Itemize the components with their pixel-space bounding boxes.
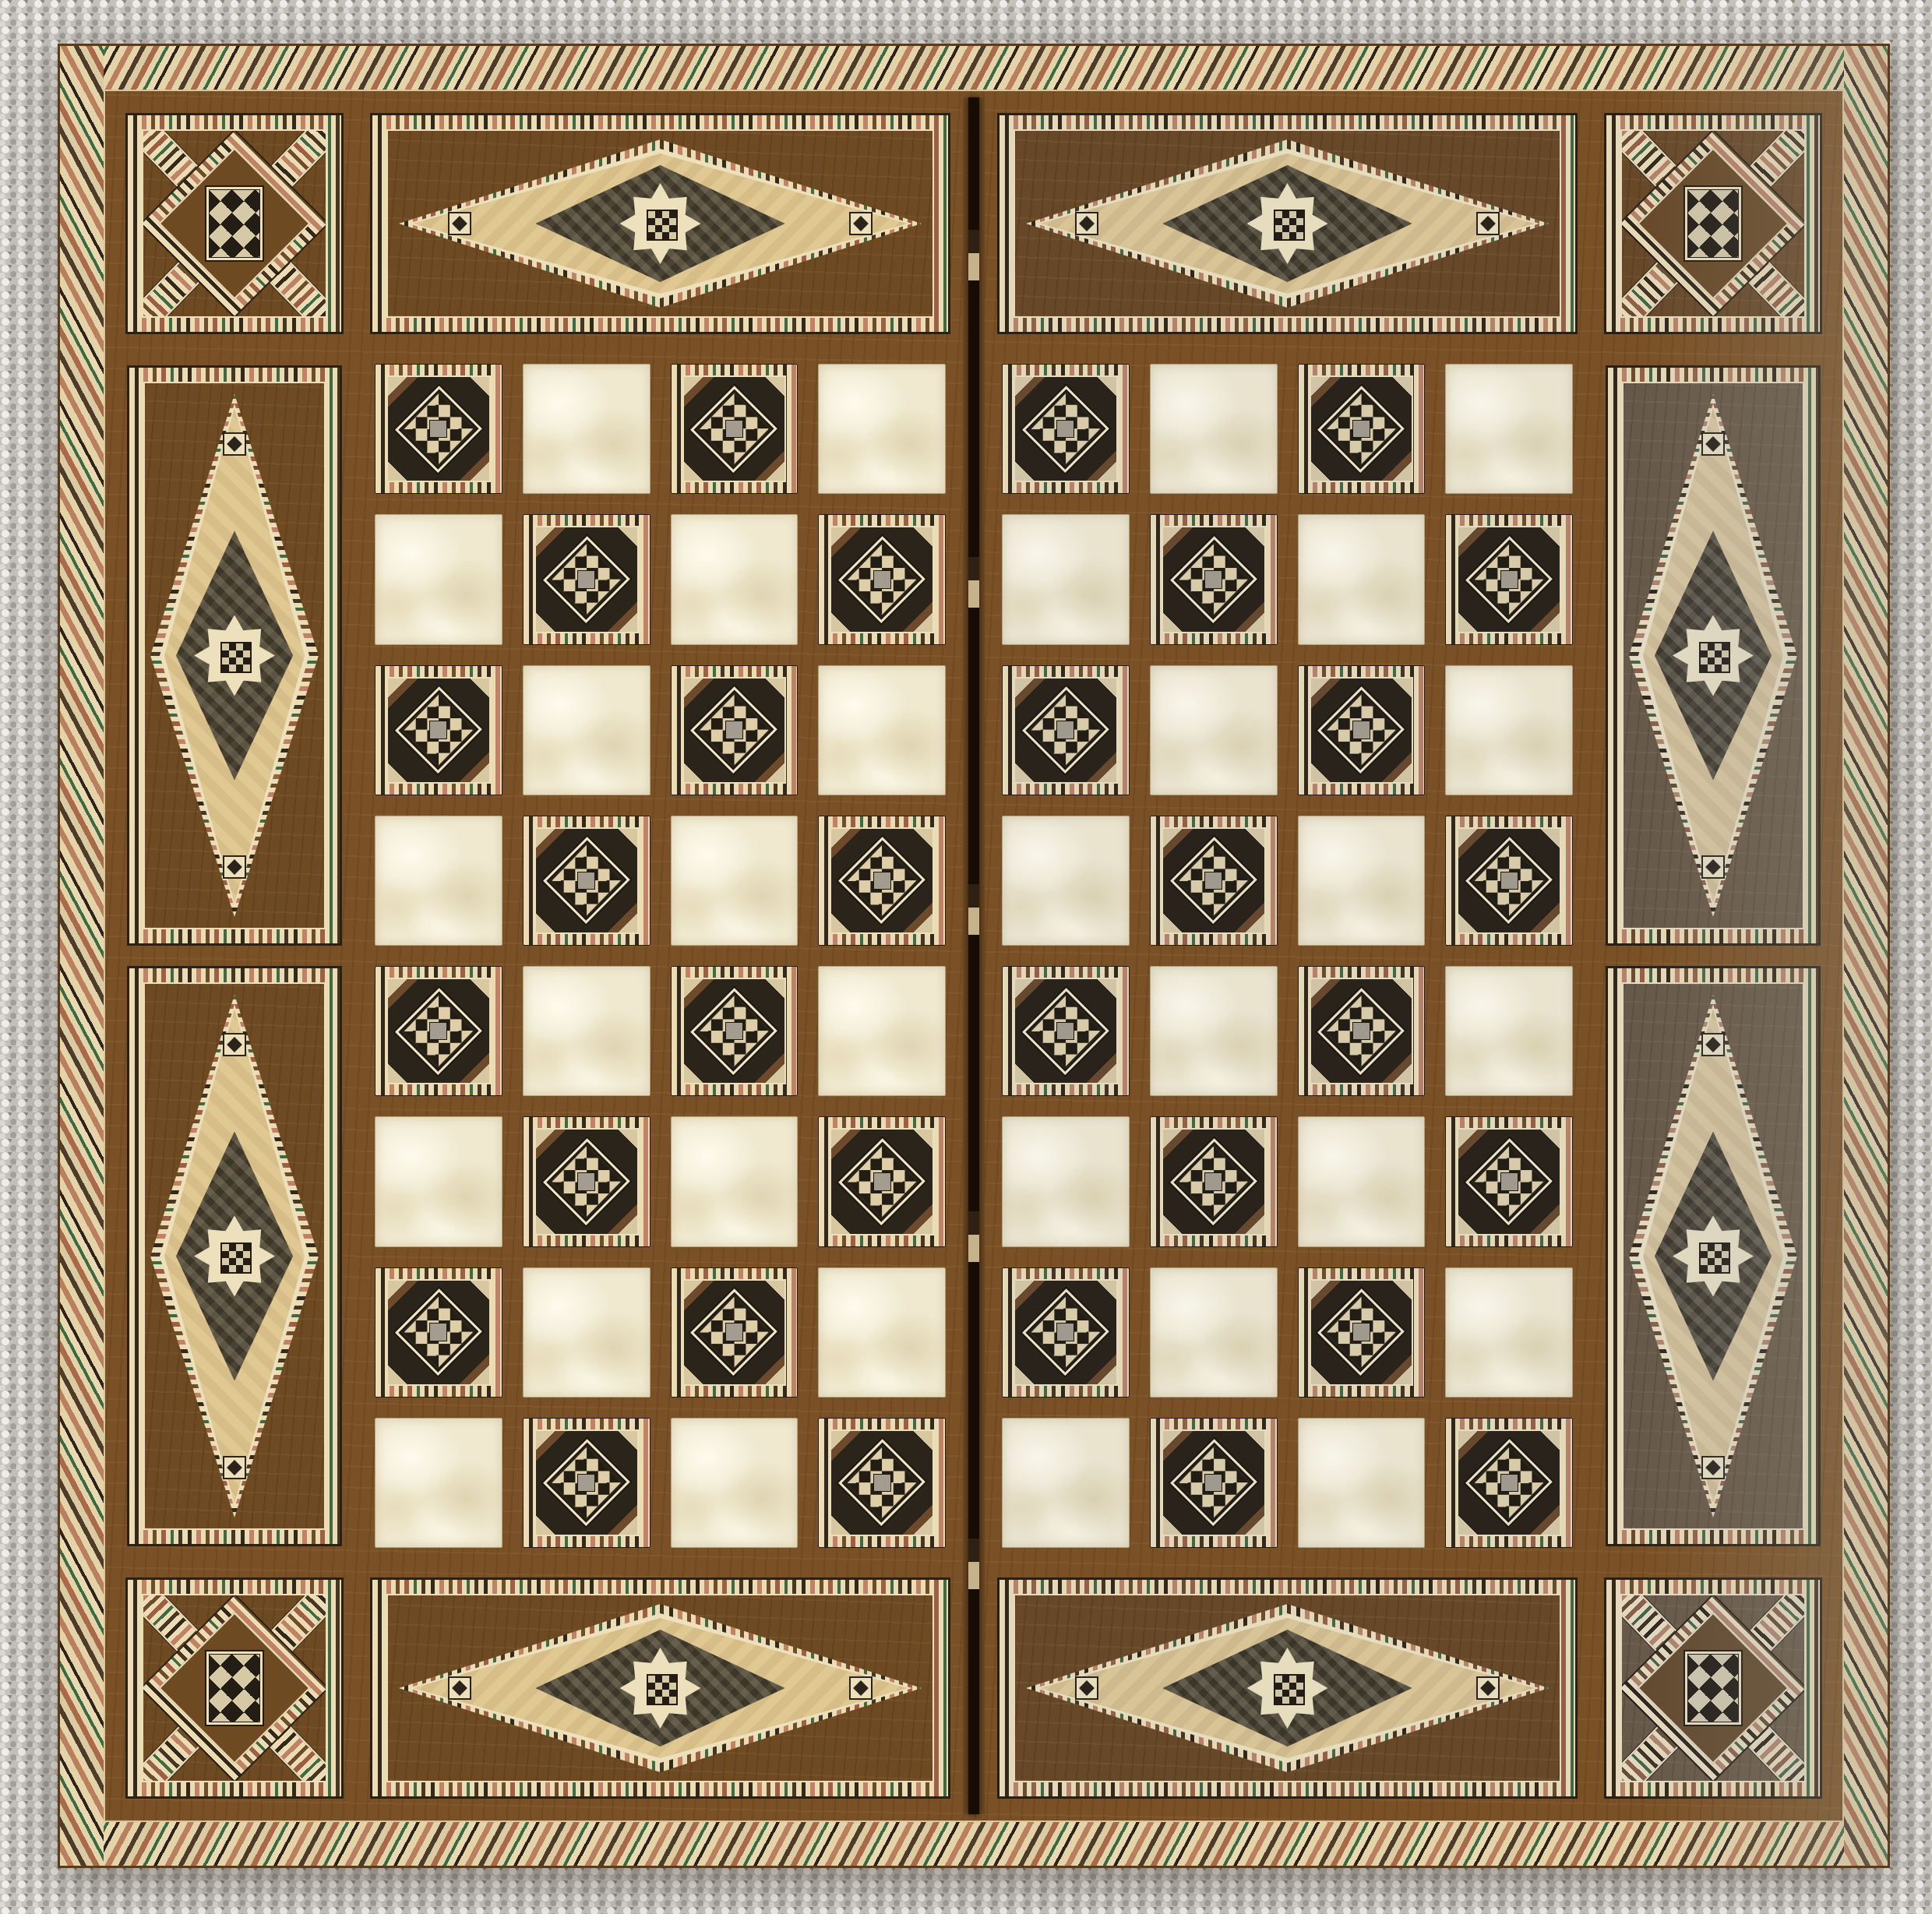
square-b2[interactable]	[523, 1267, 650, 1398]
mosaic-center-cell	[1501, 1475, 1518, 1491]
mini-star-icon	[1075, 1676, 1098, 1700]
square-a7[interactable]	[375, 514, 502, 644]
mosaic-tile-core	[830, 526, 934, 633]
corner-medallion-top-right	[1604, 113, 1822, 334]
mosaic-center-cell	[1205, 1173, 1222, 1190]
mosaic-tile-core	[1310, 677, 1414, 784]
star-center-checker	[647, 1674, 678, 1705]
mosaic-center-cell	[726, 1023, 742, 1039]
square-d7[interactable]	[818, 514, 946, 644]
mini-star-icon	[1701, 432, 1725, 456]
square-h4[interactable]	[1445, 966, 1573, 1096]
mosaic-tile-core	[1014, 1279, 1118, 1386]
mosaic-center-cell	[430, 1023, 446, 1039]
square-c6[interactable]	[671, 665, 799, 795]
mosaic-center-cell	[578, 1475, 594, 1491]
mosaic-tile-core	[1162, 827, 1266, 934]
square-h7[interactable]	[1445, 514, 1573, 644]
mosaic-center-cell	[726, 1324, 742, 1340]
mosaic-center-cell	[1205, 872, 1222, 889]
mosaic-tile-core	[1457, 526, 1561, 633]
mini-star-icon	[1075, 212, 1098, 235]
mosaic-center-cell	[1353, 421, 1370, 437]
star-center-checker	[1699, 642, 1730, 673]
mosaic-tile-core	[1162, 526, 1266, 633]
star-center-checker	[220, 1243, 252, 1274]
square-b3[interactable]	[523, 1116, 650, 1246]
mosaic-center-cell	[1057, 1324, 1074, 1340]
mosaic-tile-core	[386, 1279, 491, 1386]
bottom-medallion-left-leaf	[370, 1577, 950, 1799]
right-half-squares	[985, 350, 1590, 1562]
side-medallion-left-lower	[127, 966, 342, 1546]
square-d2[interactable]	[818, 1267, 946, 1398]
mosaic-tile-core	[1014, 375, 1118, 482]
mini-star-icon	[849, 212, 873, 235]
mosaic-center-cell	[578, 571, 594, 587]
square-a4[interactable]	[375, 966, 502, 1096]
mosaic-center-cell	[1057, 421, 1074, 437]
mosaic-center-cell	[1205, 571, 1222, 587]
mosaic-tile-core	[1457, 1429, 1561, 1536]
mini-star-icon	[223, 432, 246, 456]
square-c1[interactable]	[671, 1418, 799, 1548]
square-f1[interactable]	[1150, 1418, 1278, 1548]
mini-star-icon	[1476, 1676, 1500, 1700]
square-e7[interactable]	[1002, 514, 1130, 644]
edge-band-top	[60, 46, 1888, 90]
square-g3[interactable]	[1298, 1116, 1426, 1246]
mini-star-icon	[1701, 1456, 1725, 1479]
mini-star-icon	[1701, 1033, 1725, 1056]
mosaic-tile-core	[1457, 827, 1561, 934]
square-h5[interactable]	[1445, 816, 1573, 946]
square-c4[interactable]	[671, 966, 799, 1096]
harlequin-cartouche	[206, 1651, 263, 1725]
corner-medallion-top-left	[125, 113, 344, 334]
square-b1[interactable]	[523, 1418, 650, 1548]
square-h1[interactable]	[1445, 1418, 1573, 1548]
mosaic-tile-core	[386, 375, 491, 482]
square-a1[interactable]	[375, 1418, 502, 1548]
mini-star-icon	[223, 1456, 246, 1479]
mosaic-center-cell	[1501, 1173, 1518, 1190]
square-g6[interactable]	[1298, 665, 1426, 795]
corner-medallion-bottom-left	[125, 1577, 344, 1799]
square-f8[interactable]	[1150, 364, 1278, 494]
square-d6[interactable]	[818, 665, 946, 795]
top-medallion-right-leaf	[997, 113, 1578, 334]
mosaic-center-cell	[1353, 1324, 1370, 1340]
star-center-checker	[1274, 1674, 1305, 1705]
mosaic-tile-core	[534, 827, 639, 934]
square-h6[interactable]	[1445, 665, 1573, 795]
star-center-checker	[220, 642, 252, 673]
side-medallion-left-upper	[127, 365, 342, 946]
mosaic-center-cell	[1205, 1475, 1222, 1491]
harlequin-cartouche	[1685, 1651, 1741, 1725]
board-hinge-seam	[963, 97, 985, 1814]
square-e6[interactable]	[1002, 665, 1130, 795]
mini-star-icon	[448, 212, 471, 235]
mosaic-center-cell	[1353, 1023, 1370, 1039]
mosaic-tile-core	[534, 1128, 639, 1235]
mosaic-tile-core	[534, 526, 639, 633]
mosaic-center-cell	[1057, 721, 1074, 738]
square-h3[interactable]	[1445, 1116, 1573, 1246]
square-c2[interactable]	[671, 1267, 799, 1398]
mosaic-tile-core	[682, 375, 787, 482]
mosaic-tile-core	[682, 677, 787, 784]
square-f6[interactable]	[1150, 665, 1278, 795]
square-e4[interactable]	[1002, 966, 1130, 1096]
square-d1[interactable]	[818, 1418, 946, 1548]
square-f4[interactable]	[1150, 966, 1278, 1096]
square-b4[interactable]	[523, 966, 650, 1096]
mosaic-tile-core	[1162, 1429, 1266, 1536]
square-b8[interactable]	[523, 364, 650, 494]
square-e5[interactable]	[1002, 816, 1130, 946]
square-a3[interactable]	[375, 1116, 502, 1246]
carpet-background	[0, 0, 1932, 1914]
mosaic-center-cell	[578, 1173, 594, 1190]
mosaic-center-cell	[874, 1173, 890, 1190]
square-a2[interactable]	[375, 1267, 502, 1398]
mosaic-tile-core	[830, 827, 934, 934]
square-g5[interactable]	[1298, 816, 1426, 946]
mosaic-tile-core	[1162, 1128, 1266, 1235]
mosaic-center-cell	[1501, 872, 1518, 889]
mosaic-center-cell	[1501, 571, 1518, 587]
square-b7[interactable]	[523, 514, 650, 644]
left-side-band	[111, 350, 358, 1562]
mosaic-tile-core	[830, 1429, 934, 1536]
side-medallion-right-upper	[1606, 365, 1821, 946]
square-h8[interactable]	[1445, 364, 1573, 494]
square-f7[interactable]	[1150, 514, 1278, 644]
edge-band-left	[60, 46, 104, 1866]
square-c8[interactable]	[671, 364, 799, 494]
mini-star-icon	[1476, 212, 1500, 235]
mosaic-center-cell	[1057, 1023, 1074, 1039]
mosaic-tile-core	[1310, 375, 1414, 482]
game-board	[58, 44, 1890, 1868]
mosaic-tile-core	[534, 1429, 639, 1536]
square-b6[interactable]	[523, 665, 650, 795]
mosaic-tile-core	[682, 978, 787, 1084]
top-medallion-left-leaf	[370, 113, 950, 334]
mosaic-tile-core	[1014, 677, 1118, 784]
square-a8[interactable]	[375, 364, 502, 494]
right-side-band	[1590, 350, 1836, 1562]
mini-star-icon	[223, 855, 246, 879]
mosaic-tile-core	[1310, 1279, 1414, 1386]
square-b5[interactable]	[523, 816, 650, 946]
mini-star-icon	[1701, 855, 1725, 879]
mosaic-center-cell	[726, 421, 742, 437]
mini-star-icon	[448, 1676, 471, 1700]
mosaic-tile-core	[830, 1128, 934, 1235]
harlequin-cartouche	[206, 187, 263, 260]
edge-band-right	[1844, 46, 1888, 1866]
mosaic-center-cell	[430, 421, 446, 437]
edge-band-bottom	[60, 1822, 1888, 1866]
left-half-squares	[358, 350, 963, 1562]
square-g7[interactable]	[1298, 514, 1426, 644]
square-g4[interactable]	[1298, 966, 1426, 1096]
mosaic-center-cell	[578, 872, 594, 889]
square-e1[interactable]	[1002, 1418, 1130, 1548]
corner-medallion-bottom-right	[1604, 1577, 1822, 1799]
mosaic-tile-core	[1457, 1128, 1561, 1235]
square-g1[interactable]	[1298, 1418, 1426, 1548]
mosaic-center-cell	[1353, 721, 1370, 738]
square-c7[interactable]	[671, 514, 799, 644]
square-g8[interactable]	[1298, 364, 1426, 494]
mosaic-tile-core	[386, 677, 491, 784]
mosaic-tile-core	[386, 978, 491, 1084]
square-e3[interactable]	[1002, 1116, 1130, 1246]
mosaic-center-cell	[874, 571, 890, 587]
square-f2[interactable]	[1150, 1267, 1278, 1398]
mini-star-icon	[223, 1033, 246, 1056]
square-d5[interactable]	[818, 816, 946, 946]
mosaic-tile-core	[682, 1279, 787, 1386]
star-center-checker	[647, 210, 678, 241]
square-e2[interactable]	[1002, 1267, 1130, 1398]
mosaic-center-cell	[726, 721, 742, 738]
square-d4[interactable]	[818, 966, 946, 1096]
mosaic-tile-core	[1014, 978, 1118, 1084]
bottom-medallion-right-leaf	[997, 1577, 1578, 1799]
square-h2[interactable]	[1445, 1267, 1573, 1398]
board-interior	[104, 90, 1844, 1822]
star-center-checker	[1274, 210, 1305, 241]
square-c3[interactable]	[671, 1116, 799, 1246]
square-a6[interactable]	[375, 665, 502, 795]
star-center-checker	[1699, 1243, 1730, 1274]
side-medallion-right-lower	[1606, 966, 1821, 1546]
mosaic-tile-core	[1310, 978, 1414, 1084]
square-f5[interactable]	[1150, 816, 1278, 946]
square-g2[interactable]	[1298, 1267, 1426, 1398]
square-d8[interactable]	[818, 364, 946, 494]
square-d3[interactable]	[818, 1116, 946, 1246]
mosaic-center-cell	[430, 1324, 446, 1340]
harlequin-cartouche	[1685, 187, 1741, 260]
square-f3[interactable]	[1150, 1116, 1278, 1246]
square-c5[interactable]	[671, 816, 799, 946]
square-a5[interactable]	[375, 816, 502, 946]
square-e8[interactable]	[1002, 364, 1130, 494]
mosaic-center-cell	[874, 872, 890, 889]
mosaic-center-cell	[430, 721, 446, 738]
mosaic-center-cell	[874, 1475, 890, 1491]
mini-star-icon	[849, 1676, 873, 1700]
